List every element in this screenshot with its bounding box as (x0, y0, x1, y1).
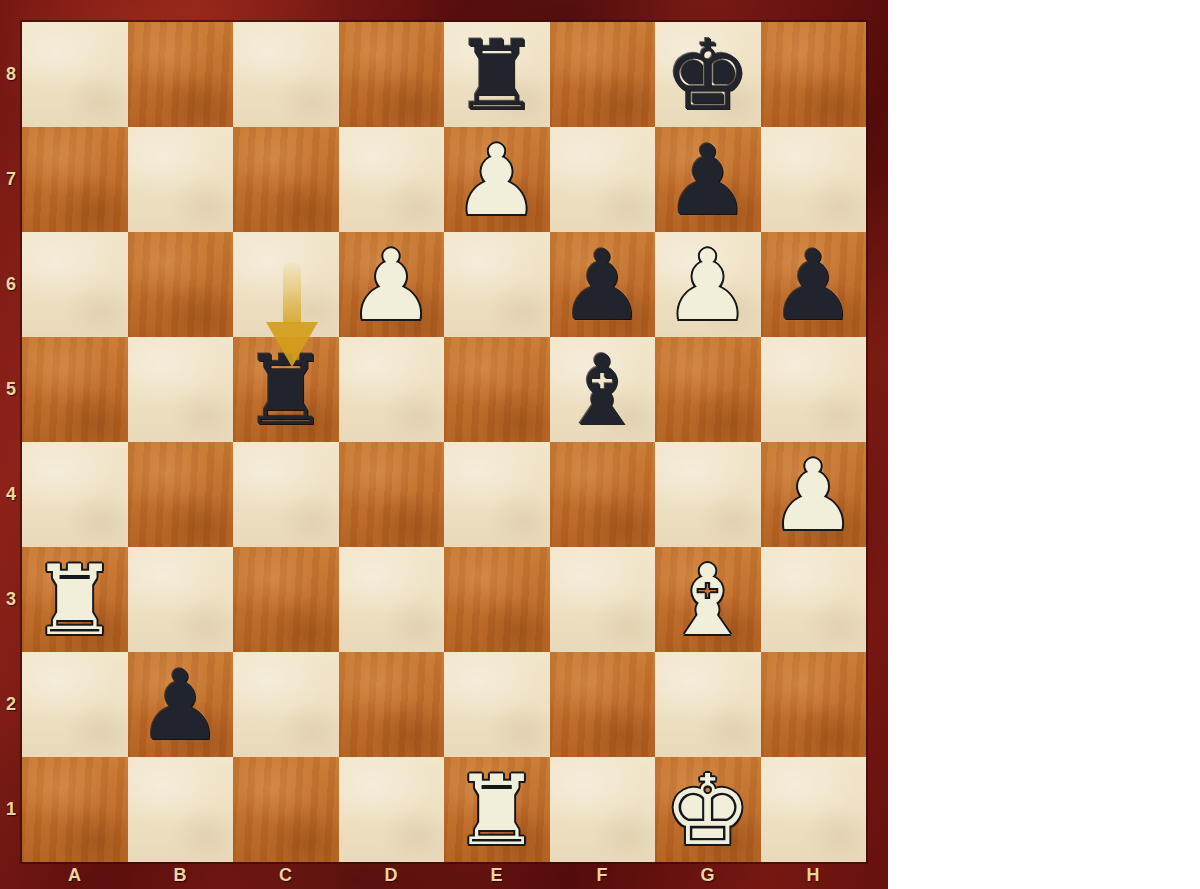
square-d8[interactable] (339, 22, 445, 127)
rank-label-5: 5 (0, 337, 22, 442)
square-g1[interactable]: ♚ (655, 757, 761, 862)
square-a4[interactable] (22, 442, 128, 547)
square-a2[interactable] (22, 652, 128, 757)
rank-label-4: 4 (0, 442, 22, 547)
square-d7[interactable] (339, 127, 445, 232)
square-d2[interactable] (339, 652, 445, 757)
piece-black-king[interactable]: ♚ (664, 27, 751, 124)
piece-black-bishop[interactable]: ♝ (559, 342, 646, 439)
arrow-shaft (283, 262, 301, 324)
square-b8[interactable] (128, 22, 234, 127)
rank-label-6: 6 (0, 232, 22, 337)
square-g2[interactable] (655, 652, 761, 757)
piece-white-rook[interactable]: ♜ (31, 552, 118, 649)
square-a7[interactable] (22, 127, 128, 232)
piece-black-pawn[interactable]: ♟ (559, 237, 646, 334)
piece-white-bishop[interactable]: ♝ (664, 552, 751, 649)
square-e7[interactable]: ♟ (444, 127, 550, 232)
file-label-c: C (233, 862, 338, 889)
square-g4[interactable] (655, 442, 761, 547)
square-f6[interactable]: ♟ (550, 232, 656, 337)
square-d5[interactable] (339, 337, 445, 442)
square-f8[interactable] (550, 22, 656, 127)
square-c3[interactable] (233, 547, 339, 652)
square-c2[interactable] (233, 652, 339, 757)
square-h7[interactable] (761, 127, 867, 232)
square-a1[interactable] (22, 757, 128, 862)
square-g5[interactable] (655, 337, 761, 442)
square-e3[interactable] (444, 547, 550, 652)
square-e2[interactable] (444, 652, 550, 757)
square-c8[interactable] (233, 22, 339, 127)
square-g3[interactable]: ♝ (655, 547, 761, 652)
square-f4[interactable] (550, 442, 656, 547)
square-f2[interactable] (550, 652, 656, 757)
file-label-f: F (550, 862, 655, 889)
square-b6[interactable] (128, 232, 234, 337)
square-f5[interactable]: ♝ (550, 337, 656, 442)
square-h5[interactable] (761, 337, 867, 442)
square-e5[interactable] (444, 337, 550, 442)
square-g7[interactable]: ♟ (655, 127, 761, 232)
square-b2[interactable]: ♟ (128, 652, 234, 757)
piece-white-pawn[interactable]: ♟ (453, 132, 540, 229)
arrow-head (266, 322, 318, 367)
rank-label-3: 3 (0, 547, 22, 652)
piece-black-rook[interactable]: ♜ (453, 27, 540, 124)
square-h6[interactable]: ♟ (761, 232, 867, 337)
square-b4[interactable] (128, 442, 234, 547)
piece-white-pawn[interactable]: ♟ (348, 237, 435, 334)
square-a5[interactable] (22, 337, 128, 442)
square-e8[interactable]: ♜ (444, 22, 550, 127)
page: ♜♚♟♟♟♟♟♟♜♝♟♜♝♟♜♚ 87654321 ABCDEFGH (0, 0, 1200, 889)
file-label-h: H (761, 862, 866, 889)
square-a6[interactable] (22, 232, 128, 337)
piece-white-rook[interactable]: ♜ (453, 762, 540, 859)
piece-white-king[interactable]: ♚ (664, 762, 751, 859)
square-e4[interactable] (444, 442, 550, 547)
square-d3[interactable] (339, 547, 445, 652)
square-c1[interactable] (233, 757, 339, 862)
square-h3[interactable] (761, 547, 867, 652)
square-b1[interactable] (128, 757, 234, 862)
piece-black-pawn[interactable]: ♟ (770, 237, 857, 334)
piece-black-pawn[interactable]: ♟ (137, 657, 224, 754)
square-g6[interactable]: ♟ (655, 232, 761, 337)
chess-board: ♜♚♟♟♟♟♟♟♜♝♟♜♝♟♜♚ 87654321 ABCDEFGH (0, 0, 888, 889)
square-d1[interactable] (339, 757, 445, 862)
piece-black-pawn[interactable]: ♟ (664, 132, 751, 229)
square-f1[interactable] (550, 757, 656, 862)
square-f7[interactable] (550, 127, 656, 232)
square-g8[interactable]: ♚ (655, 22, 761, 127)
file-label-a: A (22, 862, 127, 889)
square-a3[interactable]: ♜ (22, 547, 128, 652)
file-label-b: B (128, 862, 233, 889)
square-b3[interactable] (128, 547, 234, 652)
rank-label-8: 8 (0, 22, 22, 127)
square-a8[interactable] (22, 22, 128, 127)
rank-label-1: 1 (0, 757, 22, 862)
piece-white-pawn[interactable]: ♟ (770, 447, 857, 544)
file-label-d: D (339, 862, 444, 889)
square-d6[interactable]: ♟ (339, 232, 445, 337)
square-b7[interactable] (128, 127, 234, 232)
square-b5[interactable] (128, 337, 234, 442)
square-e6[interactable] (444, 232, 550, 337)
rank-label-7: 7 (0, 127, 22, 232)
square-h1[interactable] (761, 757, 867, 862)
board-grid: ♜♚♟♟♟♟♟♟♜♝♟♜♝♟♜♚ (22, 22, 866, 862)
square-d4[interactable] (339, 442, 445, 547)
square-f3[interactable] (550, 547, 656, 652)
square-e1[interactable]: ♜ (444, 757, 550, 862)
square-h4[interactable]: ♟ (761, 442, 867, 547)
square-h2[interactable] (761, 652, 867, 757)
piece-white-pawn[interactable]: ♟ (664, 237, 751, 334)
square-c7[interactable] (233, 127, 339, 232)
square-h8[interactable] (761, 22, 867, 127)
square-c4[interactable] (233, 442, 339, 547)
rank-label-2: 2 (0, 652, 22, 757)
